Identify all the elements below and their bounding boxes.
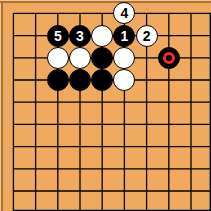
stone-move-2: 2 — [136, 25, 158, 47]
stone-move-1: 1 — [113, 25, 135, 47]
go-board: 45312 — [0, 0, 211, 211]
black-stone — [47, 69, 69, 91]
stone-move-5: 5 — [47, 25, 69, 47]
black-stone — [69, 69, 91, 91]
marked-stone — [158, 47, 180, 69]
black-stone — [91, 47, 113, 69]
stone-move-4: 4 — [113, 2, 135, 24]
stones-layer: 45312 — [0, 0, 211, 211]
stone-number: 3 — [76, 29, 84, 43]
stone-number: 2 — [143, 29, 151, 43]
white-stone — [113, 47, 135, 69]
white-stone — [91, 25, 113, 47]
white-stone — [47, 47, 69, 69]
stone-number: 4 — [120, 6, 128, 20]
red-circle-mark-icon — [163, 52, 175, 64]
stone-number: 1 — [120, 29, 128, 43]
white-stone — [69, 47, 91, 69]
black-stone — [91, 69, 113, 91]
stone-number: 5 — [54, 29, 62, 43]
white-stone — [113, 69, 135, 91]
stone-move-3: 3 — [69, 25, 91, 47]
